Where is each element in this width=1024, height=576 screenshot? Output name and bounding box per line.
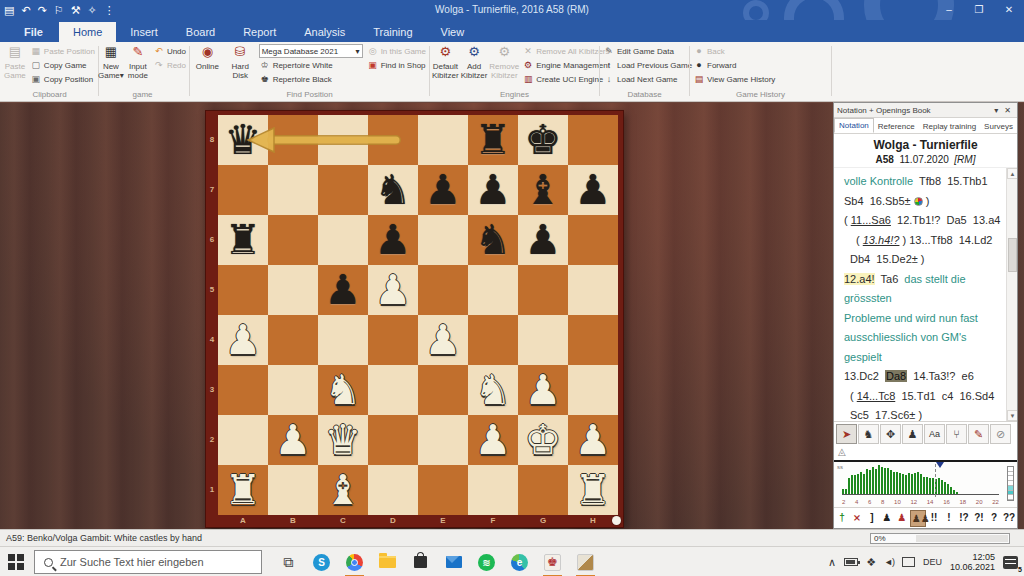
move-text[interactable]: Da8 <box>885 370 907 382</box>
rank-label: 1 <box>206 465 218 515</box>
redo-button[interactable]: ↷Redo <box>153 58 186 72</box>
square-g6[interactable]: ♟ <box>518 215 568 265</box>
square-f2[interactable]: ♟ <box>468 415 518 465</box>
square-e5[interactable] <box>418 265 468 315</box>
file-label: B <box>268 515 318 527</box>
engine-management-icon: ⚙ <box>522 60 534 70</box>
panel-tabs: NotationReferenceReplay trainingSurveys◂… <box>834 118 1017 134</box>
speaker-icon[interactable]: ◄) <box>884 557 894 567</box>
square-d2[interactable] <box>368 415 418 465</box>
redo-icon: ↷ <box>153 60 165 70</box>
four-way-arrows-icon[interactable]: ✥ <box>880 424 901 444</box>
skype-icon: S <box>313 554 330 571</box>
notation-line[interactable]: Sb4 16.Sb5± ) <box>842 192 1005 212</box>
edit-game-data-button[interactable]: ✎Edit Game Data <box>603 44 692 58</box>
square-c1[interactable]: ♝ <box>318 465 368 515</box>
in-this-game-button[interactable]: ◎In this Game <box>367 44 426 58</box>
game-header: Wolga - Turnierfile A58 11.07.2020 [RM] <box>834 134 1017 167</box>
square-b5[interactable] <box>268 265 318 315</box>
display-icon[interactable] <box>902 557 915 567</box>
eval-bar <box>905 475 907 494</box>
black-pawn: ♟ <box>375 215 412 265</box>
square-f1[interactable] <box>468 465 518 515</box>
move-text[interactable]: 14...Tc8 <box>857 390 896 402</box>
move-text[interactable]: 13.h4!? <box>863 234 900 246</box>
paste-position-icon: ▦ <box>30 46 42 56</box>
square-g7[interactable]: ♝ <box>518 165 568 215</box>
black-rook: ♜ <box>475 115 512 165</box>
task-view-icon[interactable]: ⧉ <box>272 547 305 576</box>
promote-variation-button[interactable]: † <box>835 510 849 527</box>
remove-all-kibitzers-button[interactable]: ✕Remove All Kibitzers <box>522 44 610 58</box>
file-explorer-icon[interactable] <box>371 547 404 576</box>
close-icon[interactable]: ✕ <box>1001 106 1014 115</box>
chart-tick: 16 <box>943 499 950 505</box>
square-g8[interactable]: ♚ <box>518 115 568 165</box>
undo-icon[interactable]: ↶ <box>21 0 30 20</box>
chrome-icon[interactable] <box>338 547 371 576</box>
square-a7[interactable] <box>218 165 268 215</box>
create-uci-engine-icon: ▥ <box>522 74 534 84</box>
title-bar: ▤↶↷⚐⚒✧⋮ Wolga - Turnierfile, 2016 A58 (R… <box>0 0 1024 20</box>
square-h6[interactable] <box>568 215 618 265</box>
tab-home[interactable]: Home <box>59 22 116 42</box>
move-text[interactable]: ausschliesslich von GM's gespielt <box>844 331 970 363</box>
delta-icon[interactable]: ◬ <box>838 446 846 457</box>
notation-line[interactable]: Db4 15.De2± ) <box>842 250 1005 270</box>
piece-input-icon[interactable]: ♟ <box>902 424 923 444</box>
square-c2[interactable]: ♛ <box>318 415 368 465</box>
chart-tick: 10 <box>894 499 901 505</box>
bell-icon[interactable]: ⚐ <box>54 0 64 20</box>
square-g4[interactable] <box>518 315 568 365</box>
move-text[interactable]: 13.Dc2 <box>844 370 885 382</box>
square-c3[interactable]: ♞ <box>318 365 368 415</box>
square-e7[interactable]: ♟ <box>418 165 468 215</box>
file-label: E <box>418 515 468 527</box>
eval-bar <box>848 478 850 494</box>
annotation-double-question[interactable]: ?? <box>1002 510 1016 527</box>
ribbon-group-clipboard: ▤Paste Game▦Paste Position▢Copy Game▣Cop… <box>2 42 97 100</box>
square-h3[interactable] <box>568 365 618 415</box>
progress-label: 0% <box>874 534 886 543</box>
collapse-icon[interactable]: ▾ <box>991 106 1001 115</box>
notation-line[interactable]: ( 11...Sa6 12.Tb1!? Da5 13.a4 <box>842 211 1005 231</box>
annotation-question-exclam[interactable]: ?! <box>972 510 986 527</box>
engine-eval-icon <box>914 197 923 206</box>
notation-line[interactable]: ( 14...Tc8 15.Td1 c4 16.Sd4 <box>842 387 1005 407</box>
annotation-double-exclam[interactable]: !! <box>927 510 941 527</box>
notation-moves[interactable]: volle Kontrolle Tfb8 15.Thb1Sb4 16.Sb5± … <box>834 167 1017 421</box>
black-knight: ♞ <box>475 215 512 265</box>
square-c6[interactable] <box>318 215 368 265</box>
square-f3[interactable]: ♞ <box>468 365 518 415</box>
notation-line[interactable]: 12.a4! Ta6 das stellt die grösssten <box>842 270 1005 309</box>
move-text[interactable]: ) <box>923 195 930 207</box>
rank-label: 7 <box>206 165 218 215</box>
tab-report[interactable]: Report <box>229 22 290 42</box>
button-label: Repertoire White <box>273 61 333 70</box>
back-button[interactable]: ●Back <box>693 44 775 58</box>
notation-line[interactable]: Sc5 17.Sc6± ) <box>842 406 1005 421</box>
tab-analysis[interactable]: Analysis <box>290 22 359 42</box>
search-icon <box>44 558 53 567</box>
language-indicator[interactable]: DEU <box>923 557 942 567</box>
tray-chevron-icon[interactable]: ∧ <box>828 556 836 569</box>
black-bishop: ♝ <box>525 165 562 215</box>
button-label: Paste Game <box>3 62 27 80</box>
square-b8[interactable] <box>268 115 318 165</box>
save-icon[interactable]: ▤ <box>4 0 14 20</box>
find-in-shop-icon: ▣ <box>367 60 379 70</box>
hard-disk-icon: ⛁ <box>235 44 246 60</box>
group-label: Database <box>601 90 688 99</box>
white-pawn: ♟ <box>425 315 462 365</box>
square-e3[interactable] <box>418 365 468 415</box>
square-h8[interactable] <box>568 115 618 165</box>
takeback-arrow-icon[interactable]: ➤ <box>836 424 857 444</box>
copy-game-button[interactable]: ▢Copy Game <box>30 58 95 72</box>
new-game-icon: ▦ <box>105 44 117 60</box>
load-next-game-button[interactable]: ↓Load Next Game <box>603 72 692 86</box>
view-game-history-button[interactable]: ▤View Game History <box>693 72 775 86</box>
square-e8[interactable] <box>418 115 468 165</box>
chessbase-board-icon[interactable] <box>569 547 602 576</box>
minimize-button[interactable]: – <box>934 0 964 20</box>
remove-kibitzer-icon: ⚙ <box>498 44 510 60</box>
square-d7[interactable]: ♞ <box>368 165 418 215</box>
tools-icon[interactable]: ⚒ <box>71 0 81 20</box>
move-text[interactable]: Tfb8 15.Thb1 <box>916 175 987 187</box>
rank-label: 8 <box>206 115 218 165</box>
square-f7[interactable]: ♟ <box>468 165 518 215</box>
square-e6[interactable] <box>418 215 468 265</box>
move-text[interactable]: 12.Tb1!? Da5 13.a4 <box>891 214 1000 226</box>
square-b4[interactable] <box>268 315 318 365</box>
game-subtitle: A58 11.07.2020 [RM] <box>834 154 1017 165</box>
button-label: Edit Game Data <box>617 47 674 56</box>
square-d6[interactable]: ♟ <box>368 215 418 265</box>
add-kibitzerbutton[interactable]: ⚙Add Kibitzer <box>461 44 488 88</box>
square-a1[interactable]: ♜ <box>218 465 268 515</box>
annotation-question[interactable]: ? <box>987 510 1001 527</box>
square-c5[interactable]: ♟ <box>318 265 368 315</box>
button-label: Repertoire Black <box>273 75 332 84</box>
square-h5[interactable] <box>568 265 618 315</box>
move-text[interactable]: 15.Td1 c4 16.Sd4 <box>895 390 994 402</box>
eval-bar <box>953 490 955 494</box>
eval-bar <box>860 472 862 494</box>
default-kibitzerbutton[interactable]: ⚙Default Kibitzer <box>432 44 459 88</box>
eval-bar <box>869 470 871 494</box>
square-c4[interactable] <box>318 315 368 365</box>
white-pawn: ♟ <box>575 415 612 465</box>
black-queen: ♛ <box>225 115 262 165</box>
panel-title: Notation + Openings Book <box>837 106 931 115</box>
eval-bar <box>938 478 940 494</box>
mail-icon <box>446 556 462 568</box>
square-a2[interactable] <box>218 415 268 465</box>
panel-tab-notation[interactable]: Notation <box>834 118 874 133</box>
tab-insert[interactable]: Insert <box>116 22 172 42</box>
search-placeholder: Zur Suche Text hier eingeben <box>60 556 204 568</box>
annotation-exclam-question[interactable]: !? <box>957 510 971 527</box>
eval-bar <box>872 467 874 494</box>
square-b2[interactable]: ♟ <box>268 415 318 465</box>
eval-bar <box>878 465 880 494</box>
tab-training[interactable]: Training <box>359 22 426 42</box>
button-label: Create UCI Engine <box>536 75 603 84</box>
eval-bar <box>893 472 895 494</box>
move-text[interactable]: Sb4 16.Sb5± <box>844 195 914 207</box>
square-h7[interactable]: ♟ <box>568 165 618 215</box>
square-f4[interactable] <box>468 315 518 365</box>
square-e4[interactable]: ♟ <box>418 315 468 365</box>
square-b1[interactable] <box>268 465 318 515</box>
online-search-icon: ◉ <box>202 44 213 60</box>
move-text[interactable]: Probleme und wird nun fast <box>844 312 978 324</box>
notation-line[interactable]: volle Kontrolle Tfb8 15.Thb1 <box>842 172 1005 192</box>
ribbon: ▤Paste Game▦Paste Position▢Copy Game▣Cop… <box>0 42 1024 102</box>
black-pawn: ♟ <box>475 165 512 215</box>
notification-badge: 5 <box>1018 566 1022 573</box>
move-text[interactable]: 14.Ta3!? e6 <box>907 370 974 382</box>
chart-tick: 14 <box>927 499 934 505</box>
annotation-exclam[interactable]: ! <box>942 510 956 527</box>
chart-tick: 20 <box>976 499 983 505</box>
square-d1[interactable] <box>368 465 418 515</box>
button-label: Back <box>707 47 725 56</box>
eraser-icon[interactable]: ⊘ <box>990 424 1011 444</box>
square-a3[interactable] <box>218 365 268 415</box>
white-rook: ♜ <box>225 465 262 515</box>
spotify-icon: ≋ <box>478 554 495 571</box>
notation-line[interactable]: 13.Dc2 Da8 14.Ta3!? e6 <box>842 367 1005 387</box>
red-pawn-button[interactable]: ♟ <box>895 510 909 527</box>
square-e1[interactable] <box>418 465 468 515</box>
square-g3[interactable]: ♟ <box>518 365 568 415</box>
white-knight: ♞ <box>325 365 362 415</box>
square-b6[interactable] <box>268 215 318 265</box>
tab-view[interactable]: View <box>427 22 479 42</box>
eval-bar <box>914 473 916 494</box>
move-text[interactable]: ( <box>850 390 857 402</box>
mail-icon[interactable] <box>437 547 470 576</box>
copy-position-button[interactable]: ▣Copy Position <box>30 72 95 86</box>
group-label: game <box>97 90 188 99</box>
square-g5[interactable] <box>518 265 568 315</box>
load-previous-game-button[interactable]: ↑Load Previous Game <box>603 58 692 72</box>
drawing-pencil-icon[interactable]: ✎ <box>968 424 989 444</box>
find-in-shop-button[interactable]: ▣Find in Shop <box>367 58 426 72</box>
square-a6[interactable]: ♜ <box>218 215 268 265</box>
file-label: D <box>368 515 418 527</box>
clock[interactable]: 12:0510.06.2021 <box>950 552 995 572</box>
variation-tree-icon[interactable]: ⑂ <box>946 424 967 444</box>
evaluation-chart[interactable]: ss 246810121416182022 <box>834 460 1017 507</box>
default-kibitzer-icon: ⚙ <box>440 44 452 60</box>
notation-line[interactable]: ausschliesslich von GM's gespielt <box>842 328 1005 367</box>
square-f8[interactable]: ♜ <box>468 115 518 165</box>
ribbon-group-engines: ⚙Default Kibitzer⚙Add Kibitzer⚙Remove Ki… <box>431 42 598 100</box>
move-text[interactable]: ( <box>856 234 863 246</box>
edge-icon[interactable]: e <box>503 547 536 576</box>
eval-bar <box>845 489 847 494</box>
square-a5[interactable] <box>218 265 268 315</box>
button-label: Default Kibitzer <box>432 62 459 80</box>
square-f5[interactable] <box>468 265 518 315</box>
knight-move-icon[interactable]: ♞ <box>858 424 879 444</box>
delete-variation-button[interactable]: ⨯ <box>850 510 864 527</box>
notation-scrollbar[interactable]: ▲ ▼ <box>1006 168 1017 421</box>
button-label: Undo <box>167 47 186 56</box>
dropbox-icon[interactable]: ❖ <box>866 556 876 569</box>
pawn-pair-button[interactable]: ♟♟ <box>910 510 926 527</box>
restore-button[interactable]: ❐ <box>964 0 994 20</box>
text-annotation-icon[interactable]: Aa <box>924 424 945 444</box>
close-button[interactable]: ✕ <box>994 0 1024 20</box>
rank-label: 2 <box>206 415 218 465</box>
new-game-button[interactable]: ▦New Game▾ <box>98 44 124 88</box>
black-pawn-button[interactable]: ♟ <box>880 510 894 527</box>
tab-file[interactable]: File <box>8 22 59 42</box>
eval-bar <box>902 474 904 494</box>
square-d5[interactable]: ♟ <box>368 265 418 315</box>
end-variation-button[interactable]: ] <box>865 510 879 527</box>
annotation-toolbar: ➤♞✥♟Aa⑂✎⊘ <box>834 421 1017 445</box>
onlinebutton[interactable]: ◉Online <box>192 44 223 88</box>
button-label: In this Game <box>381 47 426 56</box>
eval-gauge <box>1007 466 1014 501</box>
workspace: 87654321 ♛♜♚♞♟♟♝♟♜♟♞♟♟♟♟♟♞♞♟♟♛♟♚♟♜♝♜ ABC… <box>0 103 1024 529</box>
hard-diskbutton[interactable]: ⛁Hard Disk <box>225 44 256 88</box>
eval-bar <box>947 484 949 494</box>
eval-bar <box>875 469 877 494</box>
square-h4[interactable] <box>568 315 618 365</box>
copy-game-icon: ▢ <box>30 60 42 70</box>
undo-button[interactable]: ↶Undo <box>153 44 186 58</box>
annotator: [RM] <box>954 154 975 165</box>
eval-bar <box>884 468 886 494</box>
square-d4[interactable] <box>368 315 418 365</box>
file-labels: ABCDEFGH <box>218 515 618 527</box>
chess-board[interactable]: 87654321 ♛♜♚♞♟♟♝♟♜♟♞♟♟♟♟♟♞♞♟♟♛♟♚♟♜♝♜ ABC… <box>206 111 623 527</box>
scrollbar-thumb[interactable] <box>1008 238 1017 272</box>
panel-tab-surveys[interactable]: Surveys <box>980 120 1017 133</box>
white-bishop: ♝ <box>325 465 362 515</box>
database-dropdown[interactable]: Mega Database 2021▾ <box>259 44 363 58</box>
move-text[interactable]: ( <box>844 214 851 226</box>
square-g2[interactable]: ♚ <box>518 415 568 465</box>
redo-icon[interactable]: ↷ <box>38 0 47 20</box>
panel-tab-reference[interactable]: Reference <box>874 120 919 133</box>
white-pawn: ♟ <box>225 315 262 365</box>
notation-panel: Notation + Openings Book ▾ ✕ NotationRef… <box>833 102 1018 529</box>
square-c7[interactable] <box>318 165 368 215</box>
panel-tab-replay-training[interactable]: Replay training <box>919 120 980 133</box>
white-knight: ♞ <box>475 365 512 415</box>
eval-bar <box>899 473 901 494</box>
chrome-icon <box>346 554 363 571</box>
move-text[interactable]: 11...Sa6 <box>851 214 891 226</box>
paste-gamebutton[interactable]: ▤Paste Game <box>3 44 27 88</box>
eval-bar <box>944 482 946 494</box>
forward-button[interactable]: ●Forward <box>693 58 775 72</box>
eval-bar <box>854 475 856 494</box>
envelope-flap <box>446 556 459 563</box>
square-d3[interactable] <box>368 365 418 415</box>
input-modebutton[interactable]: ✎Input mode <box>126 44 150 88</box>
eval-bar <box>881 467 883 494</box>
square-h1[interactable]: ♜ <box>568 465 618 515</box>
rank-label: 4 <box>206 315 218 365</box>
scroll-down-icon[interactable]: ▼ <box>1007 410 1017 421</box>
square-a8[interactable]: ♛ <box>218 115 268 165</box>
scroll-up-icon[interactable]: ▲ <box>1007 168 1017 179</box>
move-text[interactable]: Sc5 17.Sc6± ) <box>850 409 922 421</box>
eval-bar <box>851 475 853 494</box>
square-d8[interactable] <box>368 115 418 165</box>
rank-label: 3 <box>206 365 218 415</box>
tab-board[interactable]: Board <box>172 22 229 42</box>
notation-line[interactable]: Probleme und wird nun fast <box>842 309 1005 329</box>
button-label: Paste Position <box>44 47 95 56</box>
move-text[interactable]: volle Kontrolle <box>844 175 916 187</box>
eval-bar <box>923 477 925 494</box>
create-uci-engine-button[interactable]: ▥Create UCI Engine <box>522 72 610 86</box>
square-b7[interactable] <box>268 165 318 215</box>
repertoire-black-button[interactable]: ♚Repertoire Black <box>259 72 363 86</box>
edge-icon: e <box>511 554 528 571</box>
square-b3[interactable] <box>268 365 318 415</box>
chessbase-king-icon: ♚ <box>544 554 561 571</box>
skype-icon[interactable]: S <box>305 547 338 576</box>
square-f6[interactable]: ♞ <box>468 215 518 265</box>
move-text[interactable]: Db4 15.De2± ) <box>850 253 925 265</box>
move-text[interactable]: ) 13...Tfb8 14.Ld2 <box>899 234 992 246</box>
square-a4[interactable]: ♟ <box>218 315 268 365</box>
start-button[interactable] <box>8 554 24 570</box>
square-h2[interactable]: ♟ <box>568 415 618 465</box>
white-king: ♚ <box>525 415 562 465</box>
qat-more-icon[interactable]: ⋮ <box>104 0 115 20</box>
group-separator <box>689 46 690 96</box>
remove-kibitzerbutton[interactable]: ⚙Remove Kibitzer <box>489 44 519 88</box>
taskbar-search[interactable]: Zur Suche Text hier eingeben <box>34 550 262 574</box>
notation-line[interactable]: ( 13.h4!? ) 13...Tfb8 14.Ld2 <box>842 231 1005 251</box>
square-c8[interactable] <box>318 115 368 165</box>
paste-position-button[interactable]: ▦Paste Position <box>30 44 95 58</box>
in-this-game-icon: ◎ <box>367 46 379 56</box>
progress-track <box>916 535 1008 542</box>
square-e2[interactable] <box>418 415 468 465</box>
engine-management-button[interactable]: ⚙Engine Management <box>522 58 610 72</box>
store-icon[interactable] <box>404 547 437 576</box>
action-center-icon[interactable]: 5 <box>1003 556 1018 569</box>
task-view-icon: ⧉ <box>284 554 294 571</box>
spotify-icon[interactable]: ≋ <box>470 547 503 576</box>
rank-labels: 87654321 <box>206 115 218 515</box>
chessbase-king-icon[interactable]: ♚ <box>536 547 569 576</box>
move-text[interactable]: 12.a4! <box>844 273 875 285</box>
repertoire-white-button[interactable]: ♔Repertoire White <box>259 58 363 72</box>
board-grid[interactable]: ♛♜♚♞♟♟♝♟♜♟♞♟♟♟♟♟♞♞♟♟♛♟♚♟♜♝♜ <box>218 115 618 515</box>
repertoire-black-icon: ♚ <box>259 74 271 84</box>
battery-icon[interactable] <box>844 558 858 566</box>
square-g1[interactable] <box>518 465 568 515</box>
move-text[interactable]: Ta6 <box>875 273 905 285</box>
lightbulb-icon[interactable]: ✧ <box>88 0 97 20</box>
